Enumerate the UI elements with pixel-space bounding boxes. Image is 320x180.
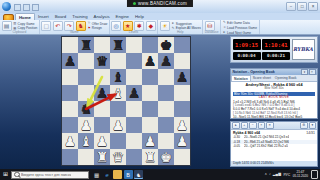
white-pawn: ♟ [174, 133, 190, 149]
tab-training[interactable]: Training [69, 13, 90, 20]
ribbon-group-label: Database [205, 31, 219, 35]
square-e4[interactable] [126, 101, 142, 117]
square-f1[interactable]: ♜ [142, 149, 158, 165]
language-indicator[interactable]: РУС [283, 173, 290, 177]
square-e3[interactable] [126, 117, 142, 133]
tab-help[interactable]: Help [132, 13, 147, 20]
black-pawn: ♟ [174, 69, 190, 85]
square-a7[interactable]: ♟ [62, 53, 78, 69]
infinite-analysis-icon[interactable]: ◎ [111, 21, 121, 31]
taskbar-search[interactable]: Введите здесь текст для поиска [11, 171, 89, 179]
explain-all-moves-button[interactable]: ✎Explain All Moves [171, 26, 201, 30]
engine-toolbar: ▸+−×≡⚙▾ [231, 122, 317, 130]
windows-taskbar: ⊞ Введите здесь текст для поиска ▦eB♞ ∧♪… [0, 169, 320, 180]
square-d8[interactable]: ♜ [110, 37, 126, 53]
tray-clock[interactable]: 21:47 05.11.2020 [293, 171, 308, 178]
square-f6[interactable] [142, 69, 158, 85]
minimize-icon[interactable]: − [286, 2, 296, 11]
square-g8[interactable]: ♚ [158, 37, 174, 53]
ribbon-item-label: Edit Game Data [227, 21, 250, 25]
square-f5[interactable] [142, 85, 158, 101]
tray-icons: ∧♪▂▄▆ [264, 169, 281, 180]
chess-app-icon[interactable]: ♞ [134, 170, 143, 179]
black-pawn: ♟ [142, 53, 158, 69]
ribbon-group-database: ⛁Database [203, 20, 221, 34]
notification-center-icon[interactable] [311, 170, 319, 179]
square-b3[interactable]: ♟ [78, 117, 94, 133]
tab-home[interactable]: Home [15, 13, 35, 20]
task-view-icon[interactable]: ▦ [92, 170, 101, 179]
chess-board: ♜♜♚♟♛♟♟♝♟♟♝♟♞♟♟♟♟♝♟♟♟♜♛♜♚ [61, 36, 191, 166]
black-pawn: ♟ [158, 53, 174, 69]
square-b5[interactable] [78, 85, 94, 101]
copy-game-icon: ▥ [13, 22, 17, 26]
black-pawn: ♟ [62, 53, 78, 69]
quick-access-icon[interactable] [32, 4, 39, 11]
white-clock-main: 1:09:15 [233, 39, 261, 50]
ribbon-group-levels: ◎★✱◆Levels [110, 20, 159, 34]
engine-status-bar: Depth 14/31 0:00:21 2148kN/s [231, 161, 317, 166]
square-g7[interactable]: ♟ [158, 53, 174, 69]
engine-toolbar-right-0[interactable]: ⚙ [300, 122, 308, 130]
notation-tab-notation[interactable]: Notation [231, 75, 251, 81]
square-a5[interactable] [62, 85, 78, 101]
square-e6[interactable] [126, 69, 142, 85]
copy-game-button[interactable]: ▥Copy Game [13, 22, 37, 26]
square-h6[interactable]: ♟ [174, 69, 190, 85]
rated-game-icon[interactable]: ◆ [146, 21, 156, 31]
ribbon-item-label: Resign [92, 26, 102, 30]
square-g6[interactable] [158, 69, 174, 85]
square-h7[interactable] [174, 53, 190, 69]
white-pawn: ♟ [110, 117, 126, 133]
square-b8[interactable]: ♜ [78, 37, 94, 53]
watermark-text: www.BANDICAM.com [138, 0, 187, 7]
ribbon-tab-row: HomeInsertBoardTrainingAnalysisEngineHel… [0, 13, 320, 20]
square-b7[interactable] [78, 53, 94, 69]
system-tray: ∧♪▂▄▆ РУС 21:47 05.11.2020 [264, 169, 320, 180]
white-bishop: ♝ [110, 85, 126, 101]
square-d7[interactable] [110, 53, 126, 69]
notation-content: Andrey/Shest - Rybka 4 960 x64 Blitz 90m… [231, 82, 317, 118]
engine-depth: 14/31 [306, 131, 315, 135]
square-c5[interactable]: ♟ [94, 85, 110, 101]
tray-date: 05.11.2020 [293, 174, 308, 178]
tray-icon-2[interactable]: ▂▄▆ [273, 169, 281, 180]
engine-eval: -0.05 [233, 144, 242, 149]
square-g1[interactable]: ♚ [158, 149, 174, 165]
square-f2[interactable]: ♟ [142, 133, 158, 149]
quick-access-icon[interactable] [14, 4, 21, 11]
square-b4[interactable]: ♞ [78, 101, 94, 117]
engine-line[interactable]: -0.0520...Qd7 21.Kh2 Rb6 22.Rc2 a5 [231, 144, 317, 149]
square-h1[interactable] [174, 149, 190, 165]
square-d6[interactable]: ♝ [110, 69, 126, 85]
ribbon: ▤▥Copy Game▦Copy PositionClipboard▢↶↷♞½O… [0, 20, 320, 35]
white-pawn: ♟ [174, 117, 190, 133]
white-pawn: ♟ [94, 133, 110, 149]
square-d2[interactable] [110, 133, 126, 149]
bandicam-icon[interactable]: B [124, 170, 133, 179]
black-rook: ♜ [78, 37, 94, 53]
quick-access-icon[interactable] [23, 4, 30, 11]
square-h2[interactable]: ♟ [174, 133, 190, 149]
ribbon-group-label: Clipboard [2, 31, 38, 35]
square-b2[interactable]: ♝ [78, 133, 94, 149]
square-d4[interactable] [110, 101, 126, 117]
edge-browser-icon[interactable]: e [103, 170, 112, 179]
square-a4[interactable] [62, 101, 78, 117]
square-d5[interactable]: ♝ [110, 85, 126, 101]
square-g4[interactable] [158, 101, 174, 117]
tab-insert[interactable]: Insert [35, 13, 52, 20]
square-g2[interactable] [158, 133, 174, 149]
notation-panel: Notation - Opening Book ▾ × NotationScor… [230, 68, 318, 119]
offer-draw-icon: ½ [87, 22, 91, 26]
square-b1[interactable] [78, 149, 94, 165]
bandicam-watermark: www.BANDICAM.com [127, 0, 193, 7]
square-a6[interactable] [62, 69, 78, 85]
square-h8[interactable] [174, 37, 190, 53]
square-d1[interactable]: ♛ [110, 149, 126, 165]
white-rook: ♜ [94, 149, 110, 165]
clock-panel: 1:09:15 1:10:41 RYBKA 0:00:04 0:00:21 [230, 36, 318, 63]
engine-toolbar-button-3[interactable]: × [258, 122, 266, 130]
tab-board[interactable]: Board [52, 13, 69, 20]
square-e1[interactable] [126, 149, 142, 165]
engine-toolbar-button-0[interactable]: ▸ [232, 122, 240, 130]
square-h4[interactable] [174, 101, 190, 117]
notation-tab-opening-book[interactable]: Opening Book [273, 75, 299, 81]
resign-icon: ⚑ [87, 27, 91, 31]
square-a2[interactable]: ♟ [62, 133, 78, 149]
black-clock-main: 1:10:41 [262, 39, 290, 50]
suggestion-button[interactable]: ►Suggestion [171, 22, 201, 26]
black-pawn: ♟ [94, 85, 110, 101]
white-clock-move: 0:00:04 [233, 52, 261, 60]
square-g3[interactable] [158, 117, 174, 133]
notation-tab-score-sheet[interactable]: Score sheet [251, 75, 273, 81]
white-pawn: ♟ [78, 117, 94, 133]
engine-toolbar-button-1[interactable]: + [241, 122, 249, 130]
white-queen: ♛ [110, 149, 126, 165]
black-pawn: ♟ [126, 85, 142, 101]
engine-name: Rybka 4 960 x64 [233, 131, 260, 135]
edit-game-data-button[interactable]: ✎Edit Game Data [222, 21, 257, 25]
ribbon-item-label: Suggestion [176, 22, 192, 26]
square-f3[interactable] [142, 117, 158, 133]
white-pawn: ♟ [62, 133, 78, 149]
notation-panel-title: Notation - Opening Book [233, 70, 301, 74]
engine-logo: RYBKA [292, 39, 315, 60]
folder-icon[interactable] [113, 170, 122, 179]
square-e2[interactable] [126, 133, 142, 149]
engine-panel: ▸+−×≡⚙▾ Rybka 4 960 x64 14/31 -0.3020...… [230, 121, 318, 167]
ribbon-group-label: Help [160, 31, 201, 35]
search-placeholder: Введите здесь текст для поиска [21, 173, 71, 177]
ribbon-group-help: ☀►Suggestion✎Explain All MovesHelp [158, 20, 203, 34]
maximize-icon[interactable]: □ [297, 2, 307, 11]
notation-tabs: NotationScore sheetOpening Book [231, 75, 317, 82]
engine-toolbar-right-1[interactable]: ▾ [309, 122, 317, 130]
ribbon-item-label: Offer Draw [92, 22, 107, 26]
start-button[interactable]: ⊞ [0, 169, 11, 180]
square-a8[interactable] [62, 37, 78, 53]
engine-toolbar-button-2[interactable]: − [249, 122, 257, 130]
square-c1[interactable]: ♜ [94, 149, 110, 165]
app-icon [2, 2, 11, 11]
record-dot-icon [133, 2, 136, 5]
square-c6[interactable] [94, 69, 110, 85]
white-pawn: ♟ [142, 133, 158, 149]
engine-pv: 20...Qd7 21.Kh2 Rb6 22.Rc2 a5 [244, 144, 288, 149]
square-e8[interactable] [126, 37, 142, 53]
game-subheader: Blitz 90m 30s [233, 87, 315, 91]
tab-engine[interactable]: Engine [113, 13, 132, 20]
hint-icon[interactable]: ☀ [160, 21, 170, 31]
black-knight: ♞ [78, 101, 94, 117]
black-bishop: ♝ [110, 69, 126, 85]
black-king: ♚ [158, 37, 174, 53]
square-c2[interactable]: ♟ [94, 133, 110, 149]
search-icon [14, 172, 20, 178]
tray-icon-1[interactable]: ♪ [269, 169, 271, 180]
quick-access-toolbar [14, 4, 39, 11]
tab-analysis[interactable]: Analysis [91, 13, 113, 20]
square-f8[interactable] [142, 37, 158, 53]
engine-variation-list: -0.3020...Nxd5 21.Qe2 Nf4 22.Qe3 e4-0.18… [231, 135, 317, 149]
square-f4[interactable] [142, 101, 158, 117]
move-line[interactable]: 10...Nxe5 11.Nxe5 Bf6 12.Bxc6 bxc6 13.Qe… [233, 116, 315, 118]
ribbon-tabs: HomeInsertBoardTrainingAnalysisEngineHel… [15, 13, 147, 20]
ribbon-group-game: ▢↶↷♞½Offer Draw⚑ResignGame [40, 20, 110, 34]
taskbar-app-icons: ▦eB♞ [92, 170, 143, 179]
black-clock-move: 0:00:21 [262, 52, 290, 60]
white-king: ♚ [158, 149, 174, 165]
square-c8[interactable] [94, 37, 110, 53]
white-rook: ♜ [142, 149, 158, 165]
square-c7[interactable]: ♛ [94, 53, 110, 69]
tray-icon-0[interactable]: ∧ [264, 169, 267, 180]
black-queen: ♛ [94, 53, 110, 69]
square-g5[interactable] [158, 85, 174, 101]
square-h5[interactable] [174, 85, 190, 101]
move-list: 1.e4 c5 2.Nf3 e6 3.d3 Nc6 4.g3 d5 5.Bg2 … [233, 101, 315, 119]
close-icon[interactable]: × [308, 2, 318, 11]
offer-draw-button[interactable]: ½Offer Draw [87, 22, 107, 26]
square-e7[interactable] [126, 53, 142, 69]
suggestion-icon: ► [171, 22, 175, 26]
ribbon-group-edit: ✎Edit Game Data◄Load Previous Game►Load … [221, 20, 260, 34]
square-b6[interactable] [78, 69, 94, 85]
ribbon-item-label: Load Previous Game [227, 26, 257, 30]
explain-moves-icon: ✎ [171, 27, 175, 31]
engine-toolbar-button-4[interactable]: ≡ [266, 122, 274, 130]
ribbon-item-label: Copy Game [18, 22, 35, 26]
square-a1[interactable] [62, 149, 78, 165]
white-bishop: ♝ [78, 133, 94, 149]
square-d3[interactable]: ♟ [110, 117, 126, 133]
board-grid: ♜♜♚♟♛♟♟♝♟♟♝♟♞♟♟♟♟♝♟♟♟♜♛♜♚ [62, 37, 190, 165]
square-a3[interactable] [62, 117, 78, 133]
square-h3[interactable]: ♟ [174, 117, 190, 133]
ribbon-group-label: Levels [111, 31, 156, 35]
take-back-icon[interactable]: ↶ [53, 21, 63, 31]
black-rook: ♜ [110, 37, 126, 53]
window-buttons: −□× [286, 2, 318, 11]
load-previous-game-button[interactable]: ◄Load Previous Game [222, 26, 257, 30]
resign-button[interactable]: ⚑Resign [87, 26, 107, 30]
ribbon-group-label: Game [41, 31, 107, 35]
square-e5[interactable]: ♟ [126, 85, 142, 101]
square-f7[interactable]: ♟ [142, 53, 158, 69]
ribbon-group-clipboard: ▤▥Copy Game▦Copy PositionClipboard [0, 20, 40, 34]
paste-icon[interactable]: ▤ [2, 21, 12, 31]
square-c3[interactable] [94, 117, 110, 133]
new-game-icon[interactable]: ▢ [41, 21, 51, 31]
square-c4[interactable] [94, 101, 110, 117]
